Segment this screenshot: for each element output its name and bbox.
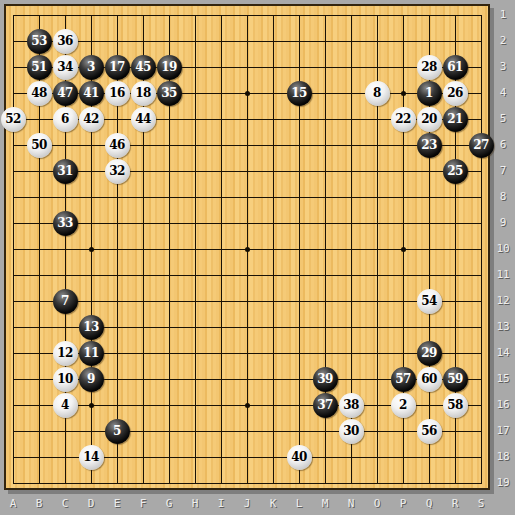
column-label-E: E — [104, 497, 130, 510]
column-label-J: J — [234, 497, 260, 510]
row-label-7: 7 — [492, 164, 514, 178]
stone-black-move-5[interactable]: 5 — [105, 419, 130, 444]
stone-black-move-19[interactable]: 19 — [157, 55, 182, 80]
stone-white-move-4[interactable]: 4 — [53, 393, 78, 418]
go-diagram-window: 1234567891011121314151617181920212223252… — [0, 0, 515, 515]
row-label-17: 17 — [492, 424, 514, 438]
column-label-B: B — [26, 497, 52, 510]
stone-white-move-2[interactable]: 2 — [391, 393, 416, 418]
star-point — [89, 247, 94, 252]
stone-white-move-30[interactable]: 30 — [339, 419, 364, 444]
row-label-2: 2 — [492, 34, 514, 48]
column-label-N: N — [338, 497, 364, 510]
stone-white-move-16[interactable]: 16 — [105, 81, 130, 106]
stone-white-move-60[interactable]: 60 — [417, 367, 442, 392]
column-label-C: C — [52, 497, 78, 510]
stone-white-move-28[interactable]: 28 — [417, 55, 442, 80]
stone-black-move-25[interactable]: 25 — [443, 159, 468, 184]
row-label-19: 19 — [492, 476, 514, 490]
stone-white-move-44[interactable]: 44 — [131, 107, 156, 132]
stone-black-move-11[interactable]: 11 — [79, 341, 104, 366]
stone-white-move-48[interactable]: 48 — [27, 81, 52, 106]
stone-black-move-41[interactable]: 41 — [79, 81, 104, 106]
stone-black-move-7[interactable]: 7 — [53, 289, 78, 314]
column-label-O: O — [364, 497, 390, 510]
stone-black-move-29[interactable]: 29 — [417, 341, 442, 366]
row-label-12: 12 — [492, 294, 514, 308]
column-label-K: K — [260, 497, 286, 510]
stone-white-move-14[interactable]: 14 — [79, 445, 104, 470]
stone-white-move-6[interactable]: 6 — [53, 107, 78, 132]
star-point — [245, 91, 250, 96]
stone-black-move-13[interactable]: 13 — [79, 315, 104, 340]
stone-white-move-58[interactable]: 58 — [443, 393, 468, 418]
stone-white-move-20[interactable]: 20 — [417, 107, 442, 132]
stone-white-move-22[interactable]: 22 — [391, 107, 416, 132]
stone-white-move-8[interactable]: 8 — [365, 81, 390, 106]
row-label-11: 11 — [492, 268, 514, 282]
stone-white-move-12[interactable]: 12 — [53, 341, 78, 366]
stone-black-move-59[interactable]: 59 — [443, 367, 468, 392]
row-label-15: 15 — [492, 372, 514, 386]
stone-black-move-9[interactable]: 9 — [79, 367, 104, 392]
stone-white-move-32[interactable]: 32 — [105, 159, 130, 184]
column-label-D: D — [78, 497, 104, 510]
stone-white-move-26[interactable]: 26 — [443, 81, 468, 106]
row-label-1: 1 — [492, 8, 514, 22]
star-point — [401, 91, 406, 96]
column-label-P: P — [390, 497, 416, 510]
column-label-H: H — [182, 497, 208, 510]
stone-black-move-57[interactable]: 57 — [391, 367, 416, 392]
star-point — [245, 403, 250, 408]
stone-black-move-17[interactable]: 17 — [105, 55, 130, 80]
row-label-3: 3 — [492, 60, 514, 74]
column-label-G: G — [156, 497, 182, 510]
stone-white-move-56[interactable]: 56 — [417, 419, 442, 444]
row-label-10: 10 — [492, 242, 514, 256]
star-point — [401, 247, 406, 252]
stone-white-move-38[interactable]: 38 — [339, 393, 364, 418]
goban[interactable]: 1234567891011121314151617181920212223252… — [4, 4, 490, 490]
stone-white-move-54[interactable]: 54 — [417, 289, 442, 314]
stone-black-move-23[interactable]: 23 — [417, 133, 442, 158]
column-label-Q: Q — [416, 497, 442, 510]
row-label-4: 4 — [492, 86, 514, 100]
stone-black-move-3[interactable]: 3 — [79, 55, 104, 80]
column-label-R: R — [442, 497, 468, 510]
stone-black-move-47[interactable]: 47 — [53, 81, 78, 106]
row-label-9: 9 — [492, 216, 514, 230]
column-label-I: I — [208, 497, 234, 510]
stone-white-move-46[interactable]: 46 — [105, 133, 130, 158]
stone-white-move-18[interactable]: 18 — [131, 81, 156, 106]
column-label-L: L — [286, 497, 312, 510]
row-label-5: 5 — [492, 112, 514, 126]
stone-black-move-35[interactable]: 35 — [157, 81, 182, 106]
column-label-A: A — [0, 497, 26, 510]
column-label-F: F — [130, 497, 156, 510]
stone-black-move-15[interactable]: 15 — [287, 81, 312, 106]
stone-white-move-52[interactable]: 52 — [1, 107, 26, 132]
row-label-8: 8 — [492, 190, 514, 204]
star-point — [245, 247, 250, 252]
stone-black-move-45[interactable]: 45 — [131, 55, 156, 80]
stone-white-move-50[interactable]: 50 — [27, 133, 52, 158]
row-label-6: 6 — [492, 138, 514, 152]
row-label-14: 14 — [492, 346, 514, 360]
column-label-S: S — [468, 497, 494, 510]
stone-white-move-42[interactable]: 42 — [79, 107, 104, 132]
stone-white-move-10[interactable]: 10 — [53, 367, 78, 392]
stone-black-move-53[interactable]: 53 — [27, 29, 52, 54]
column-label-M: M — [312, 497, 338, 510]
stone-black-move-37[interactable]: 37 — [313, 393, 338, 418]
stone-black-move-61[interactable]: 61 — [443, 55, 468, 80]
stone-black-move-31[interactable]: 31 — [53, 159, 78, 184]
stone-black-move-21[interactable]: 21 — [443, 107, 468, 132]
stone-white-move-40[interactable]: 40 — [287, 445, 312, 470]
row-label-16: 16 — [492, 398, 514, 412]
stone-black-move-51[interactable]: 51 — [27, 55, 52, 80]
row-label-18: 18 — [492, 450, 514, 464]
stone-black-move-27[interactable]: 27 — [469, 133, 494, 158]
stone-white-move-34[interactable]: 34 — [53, 55, 78, 80]
stone-black-move-39[interactable]: 39 — [313, 367, 338, 392]
stone-black-move-33[interactable]: 33 — [53, 211, 78, 236]
stone-black-move-1[interactable]: 1 — [417, 81, 442, 106]
stone-white-move-36[interactable]: 36 — [53, 29, 78, 54]
star-point — [89, 403, 94, 408]
row-label-13: 13 — [492, 320, 514, 334]
